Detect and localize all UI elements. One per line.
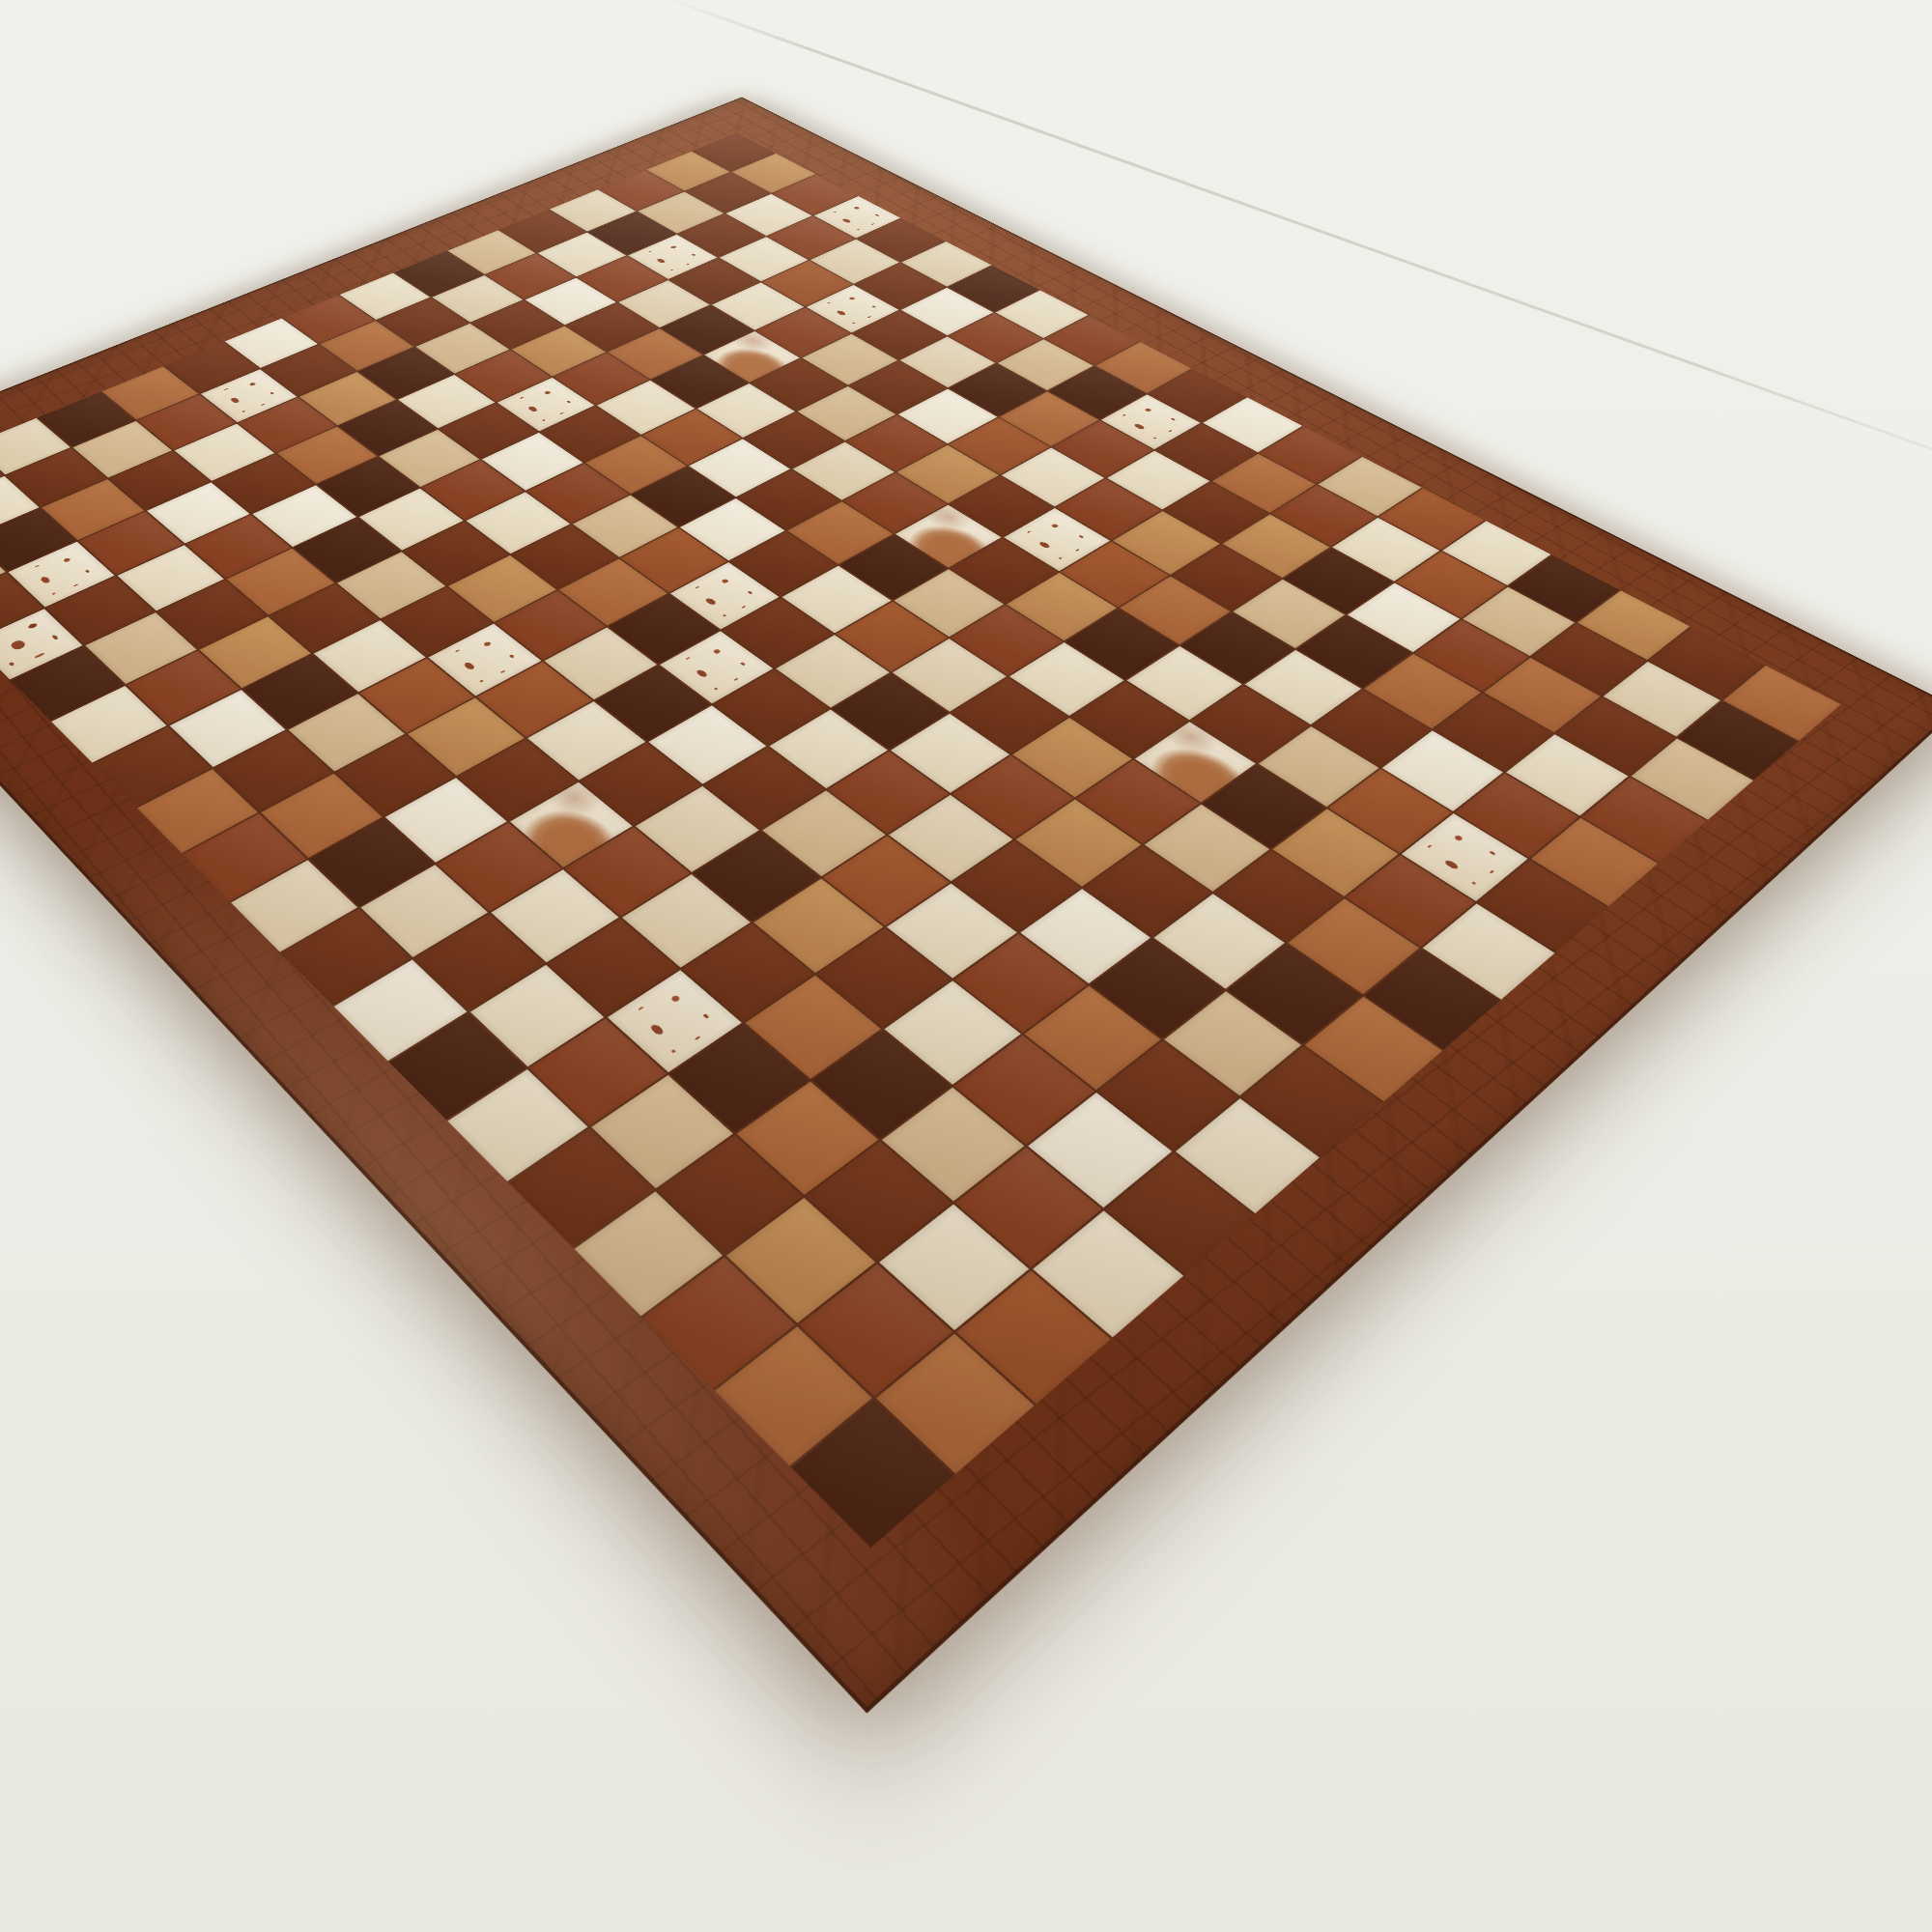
studio-floor bbox=[0, 0, 1932, 1932]
cowhide-checkerboard-rug bbox=[0, 97, 1932, 1713]
checkerboard-field bbox=[0, 133, 1841, 1548]
